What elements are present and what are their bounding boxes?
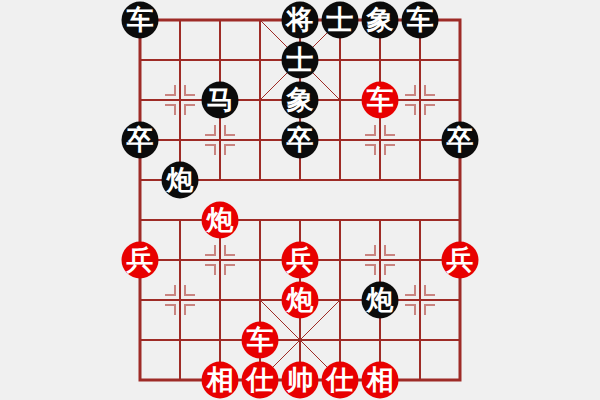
pieces-layer: 车将士象车士马象车卒卒卒炮炮兵兵兵炮炮车相仕帅仕相 bbox=[0, 0, 600, 400]
piece-red-pawn[interactable]: 兵 bbox=[442, 242, 479, 279]
piece-black-advisor[interactable]: 士 bbox=[282, 42, 319, 79]
xiangqi-board[interactable]: 车将士象车士马象车卒卒卒炮炮兵兵兵炮炮车相仕帅仕相 bbox=[0, 0, 600, 400]
piece-black-cannon[interactable]: 炮 bbox=[362, 282, 399, 319]
piece-black-elephant[interactable]: 象 bbox=[282, 82, 319, 119]
piece-black-cannon[interactable]: 炮 bbox=[162, 162, 199, 199]
piece-red-chariot[interactable]: 车 bbox=[362, 82, 399, 119]
piece-red-elephant[interactable]: 相 bbox=[362, 362, 399, 399]
piece-red-advisor[interactable]: 仕 bbox=[242, 362, 279, 399]
piece-red-general[interactable]: 帅 bbox=[282, 362, 319, 399]
piece-black-pawn[interactable]: 卒 bbox=[442, 122, 479, 159]
piece-red-chariot[interactable]: 车 bbox=[242, 322, 279, 359]
piece-black-pawn[interactable]: 卒 bbox=[282, 122, 319, 159]
piece-black-chariot[interactable]: 车 bbox=[402, 2, 439, 39]
piece-red-cannon[interactable]: 炮 bbox=[282, 282, 319, 319]
xiangqi-app-screen: 车将士象车士马象车卒卒卒炮炮兵兵兵炮炮车相仕帅仕相 bbox=[0, 0, 600, 400]
piece-red-pawn[interactable]: 兵 bbox=[282, 242, 319, 279]
piece-black-chariot[interactable]: 车 bbox=[122, 2, 159, 39]
piece-red-advisor[interactable]: 仕 bbox=[322, 362, 359, 399]
piece-black-pawn[interactable]: 卒 bbox=[122, 122, 159, 159]
piece-black-horse[interactable]: 马 bbox=[202, 82, 239, 119]
piece-red-elephant[interactable]: 相 bbox=[202, 362, 239, 399]
piece-black-advisor[interactable]: 士 bbox=[322, 2, 359, 39]
piece-black-elephant[interactable]: 象 bbox=[362, 2, 399, 39]
piece-red-pawn[interactable]: 兵 bbox=[122, 242, 159, 279]
piece-red-cannon[interactable]: 炮 bbox=[202, 202, 239, 239]
piece-black-general[interactable]: 将 bbox=[282, 2, 319, 39]
